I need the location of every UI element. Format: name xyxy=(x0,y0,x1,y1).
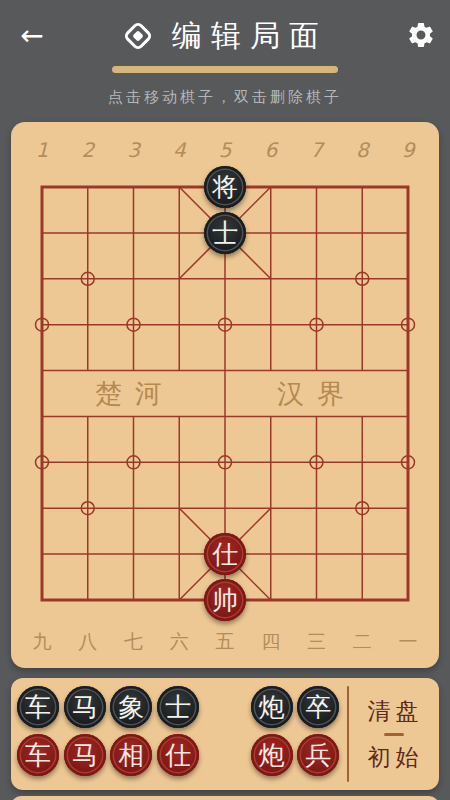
river-label-left: 楚河 xyxy=(95,378,175,409)
board-piece-red-general[interactable]: 帅 xyxy=(204,579,246,621)
tray-piece-black-3[interactable]: 象 xyxy=(110,686,152,728)
board-piece-black-general[interactable]: 将 xyxy=(204,166,246,208)
page-title: 编辑局面 xyxy=(168,16,328,57)
top-coordinates: 123456789 xyxy=(36,138,417,162)
bottom-coordinates: 九八七六五四三二一 xyxy=(33,630,418,652)
settings-gear-icon[interactable] xyxy=(406,20,436,50)
tray-piece-black-2[interactable]: 马 xyxy=(64,686,106,728)
tray-piece-black-1[interactable]: 车 xyxy=(17,686,59,728)
tray-piece-red-2[interactable]: 马 xyxy=(64,734,106,776)
piece-tray: 车马象士炮卒车马相仕炮兵 清盘 初始 xyxy=(11,678,439,790)
top-coord-9: 9 xyxy=(402,138,417,162)
actions-separator-dash xyxy=(384,733,404,736)
bottom-coord-6: 四 xyxy=(261,630,280,652)
bottom-coord-3: 七 xyxy=(124,630,143,652)
tray-piece-black-6[interactable]: 炮 xyxy=(251,686,293,728)
header: ← 编辑局面 点击移动棋子，双击删除棋子 xyxy=(0,0,450,122)
bottom-coord-1: 九 xyxy=(33,630,52,652)
actions-column: 清盘 初始 xyxy=(349,678,439,790)
tray-piece-red-7[interactable]: 兵 xyxy=(297,734,339,776)
top-coord-5: 5 xyxy=(219,138,233,162)
xiangqi-board[interactable]: 楚河 汉界 123456789 九八七六五四三二一 将士仕帅 xyxy=(11,122,439,668)
tray-piece-red-6[interactable]: 炮 xyxy=(251,734,293,776)
board-piece-red-advisor[interactable]: 仕 xyxy=(204,533,246,575)
initial-position-button[interactable]: 初始 xyxy=(365,742,424,773)
next-panel-edge xyxy=(11,796,439,800)
bottom-coord-4: 六 xyxy=(170,630,189,652)
diamond-icon xyxy=(122,20,154,52)
hint-text: 点击移动棋子，双击删除棋子 xyxy=(0,88,450,107)
bottom-coord-8: 二 xyxy=(353,630,372,652)
top-coord-1: 1 xyxy=(36,138,49,162)
top-coord-7: 7 xyxy=(310,138,325,162)
top-coord-8: 8 xyxy=(356,138,371,162)
tray-piece-red-3[interactable]: 相 xyxy=(110,734,152,776)
river-label-right: 汉界 xyxy=(277,378,357,409)
top-coord-6: 6 xyxy=(264,138,279,162)
title-underline-bar xyxy=(112,66,338,73)
clear-board-button[interactable]: 清盘 xyxy=(365,696,424,727)
tray-piece-red-1[interactable]: 车 xyxy=(17,734,59,776)
tray-piece-black-7[interactable]: 卒 xyxy=(297,686,339,728)
tray-piece-red-4[interactable]: 仕 xyxy=(157,734,199,776)
top-coord-4: 4 xyxy=(173,138,187,162)
tray-piece-black-4[interactable]: 士 xyxy=(157,686,199,728)
bottom-coord-9: 一 xyxy=(399,630,418,652)
bottom-coord-2: 八 xyxy=(78,630,97,652)
top-coord-2: 2 xyxy=(81,138,95,162)
board-piece-black-advisor[interactable]: 士 xyxy=(204,212,246,254)
title-bar: 编辑局面 xyxy=(0,14,450,58)
bottom-coord-5: 五 xyxy=(216,630,235,652)
top-coord-3: 3 xyxy=(127,138,141,162)
bottom-coord-7: 三 xyxy=(307,630,326,652)
